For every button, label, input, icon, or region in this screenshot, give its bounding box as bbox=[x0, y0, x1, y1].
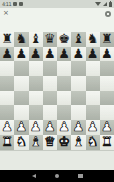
square-d6[interactable] bbox=[43, 61, 57, 76]
notification-icon bbox=[19, 2, 23, 6]
square-b6[interactable] bbox=[14, 61, 28, 76]
piece-white-queen: ♛ bbox=[44, 134, 56, 149]
square-d4[interactable] bbox=[43, 91, 57, 106]
piece-black-bishop: ♝ bbox=[30, 32, 42, 47]
piece-white-pawn: ♟ bbox=[101, 120, 113, 135]
chess-app-screen: 4:11 × ♜♞♝♛♚♝♞♜♟♟♟♟♟♟♟♟♟♟♟♟♟♟♟♟♜♞♝♛♚♝♞♜ bbox=[0, 0, 114, 182]
square-h6[interactable] bbox=[100, 61, 114, 76]
piece-white-king: ♚ bbox=[58, 134, 70, 149]
square-h7[interactable]: ♟ bbox=[100, 47, 114, 62]
square-a7[interactable]: ♟ bbox=[0, 47, 14, 62]
square-f6[interactable] bbox=[71, 61, 85, 76]
close-icon[interactable]: × bbox=[3, 10, 9, 17]
square-e4[interactable] bbox=[57, 91, 71, 106]
piece-white-pawn: ♟ bbox=[30, 120, 42, 135]
settings-icon[interactable] bbox=[105, 11, 111, 17]
square-e5[interactable] bbox=[57, 76, 71, 91]
piece-white-rook: ♜ bbox=[101, 134, 113, 149]
app-bar: × bbox=[0, 8, 114, 32]
square-e1[interactable]: ♚ bbox=[57, 135, 71, 150]
android-nav-bar bbox=[0, 170, 114, 182]
piece-black-bishop: ♝ bbox=[73, 32, 85, 47]
home-icon[interactable] bbox=[55, 174, 60, 179]
piece-white-pawn: ♟ bbox=[16, 120, 28, 135]
square-g5[interactable] bbox=[86, 76, 100, 91]
piece-white-knight: ♞ bbox=[16, 134, 28, 149]
square-g4[interactable] bbox=[86, 91, 100, 106]
recents-icon[interactable] bbox=[78, 174, 83, 179]
square-c4[interactable] bbox=[29, 91, 43, 106]
square-e6[interactable] bbox=[57, 61, 71, 76]
piece-black-pawn: ♟ bbox=[73, 46, 85, 61]
status-bar-right bbox=[95, 2, 112, 7]
square-c7[interactable]: ♟ bbox=[29, 47, 43, 62]
piece-black-pawn: ♟ bbox=[16, 46, 28, 61]
square-b7[interactable]: ♟ bbox=[14, 47, 28, 62]
piece-black-pawn: ♟ bbox=[1, 46, 13, 61]
square-e7[interactable]: ♟ bbox=[57, 47, 71, 62]
square-g6[interactable] bbox=[86, 61, 100, 76]
piece-black-knight: ♞ bbox=[16, 32, 28, 47]
status-bar: 4:11 bbox=[0, 0, 114, 8]
square-c5[interactable] bbox=[29, 76, 43, 91]
square-a4[interactable] bbox=[0, 91, 14, 106]
piece-black-pawn: ♟ bbox=[44, 46, 56, 61]
piece-black-pawn: ♟ bbox=[101, 46, 113, 61]
piece-black-rook: ♜ bbox=[1, 32, 13, 47]
square-h4[interactable] bbox=[100, 91, 114, 106]
square-d1[interactable]: ♛ bbox=[43, 135, 57, 150]
square-b5[interactable] bbox=[14, 76, 28, 91]
square-g1[interactable]: ♞ bbox=[86, 135, 100, 150]
piece-white-pawn: ♟ bbox=[58, 120, 70, 135]
lower-panel bbox=[0, 150, 114, 170]
piece-black-rook: ♜ bbox=[101, 32, 113, 47]
square-a6[interactable] bbox=[0, 61, 14, 76]
piece-black-pawn: ♟ bbox=[87, 46, 99, 61]
piece-white-pawn: ♟ bbox=[87, 120, 99, 135]
square-g7[interactable]: ♟ bbox=[86, 47, 100, 62]
piece-white-bishop: ♝ bbox=[73, 134, 85, 149]
signal-icon bbox=[103, 2, 107, 6]
piece-white-pawn: ♟ bbox=[1, 120, 13, 135]
piece-black-knight: ♞ bbox=[87, 32, 99, 47]
square-h1[interactable]: ♜ bbox=[100, 135, 114, 150]
square-f1[interactable]: ♝ bbox=[71, 135, 85, 150]
piece-white-rook: ♜ bbox=[1, 134, 13, 149]
square-f5[interactable] bbox=[71, 76, 85, 91]
square-h5[interactable] bbox=[100, 76, 114, 91]
square-a5[interactable] bbox=[0, 76, 14, 91]
square-f7[interactable]: ♟ bbox=[71, 47, 85, 62]
status-bar-left: 4:11 bbox=[2, 0, 23, 8]
piece-white-knight: ♞ bbox=[87, 134, 99, 149]
square-c1[interactable]: ♝ bbox=[29, 135, 43, 150]
piece-white-pawn: ♟ bbox=[44, 120, 56, 135]
piece-white-pawn: ♟ bbox=[73, 120, 85, 135]
square-b4[interactable] bbox=[14, 91, 28, 106]
battery-icon bbox=[109, 2, 112, 7]
square-a1[interactable]: ♜ bbox=[0, 135, 14, 150]
piece-black-pawn: ♟ bbox=[30, 46, 42, 61]
piece-black-pawn: ♟ bbox=[58, 46, 70, 61]
wifi-icon bbox=[95, 2, 101, 6]
square-c6[interactable] bbox=[29, 61, 43, 76]
status-time: 4:11 bbox=[2, 0, 11, 8]
piece-black-queen: ♛ bbox=[44, 32, 56, 47]
piece-white-bishop: ♝ bbox=[30, 134, 42, 149]
back-icon[interactable] bbox=[32, 174, 36, 178]
piece-black-king: ♚ bbox=[58, 32, 70, 47]
notification-icon bbox=[13, 2, 17, 6]
chess-board: ♜♞♝♛♚♝♞♜♟♟♟♟♟♟♟♟♟♟♟♟♟♟♟♟♜♞♝♛♚♝♞♜ bbox=[0, 32, 114, 150]
square-d7[interactable]: ♟ bbox=[43, 47, 57, 62]
square-f4[interactable] bbox=[71, 91, 85, 106]
square-d5[interactable] bbox=[43, 76, 57, 91]
square-b1[interactable]: ♞ bbox=[14, 135, 28, 150]
